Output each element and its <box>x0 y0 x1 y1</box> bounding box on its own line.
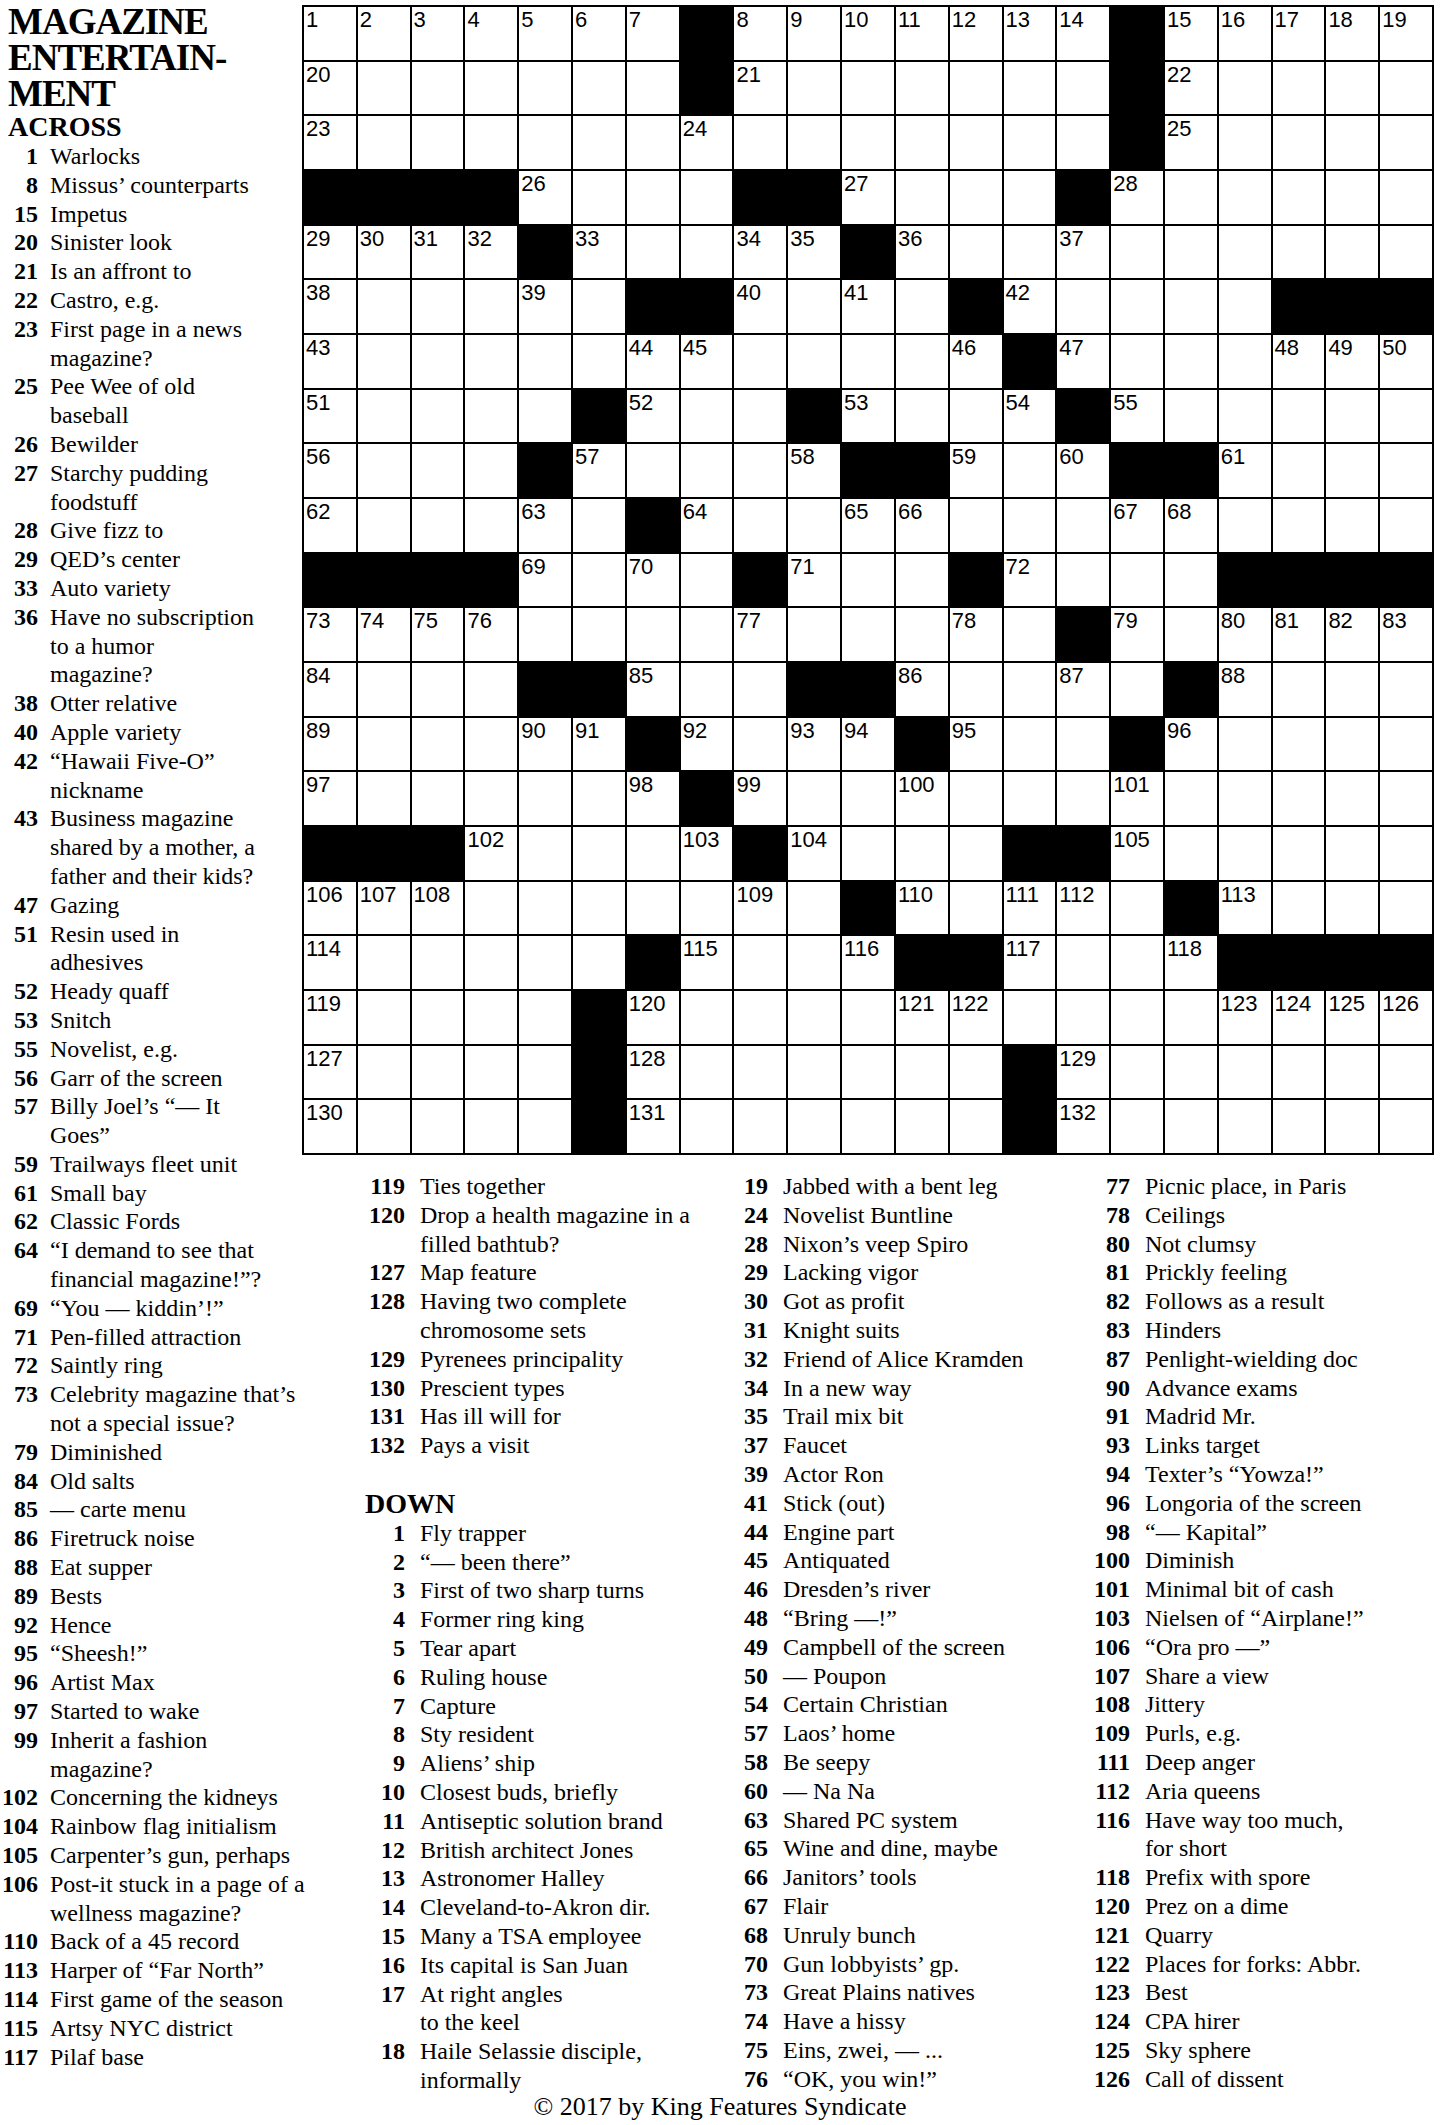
grid-cell[interactable]: 120 <box>627 991 679 1044</box>
grid-cell[interactable] <box>1273 1046 1325 1099</box>
grid-cell[interactable] <box>465 444 517 497</box>
grid-cell[interactable] <box>1273 226 1325 279</box>
grid-cell[interactable]: 97 <box>304 772 356 825</box>
grid-cell[interactable]: 13 <box>1004 7 1056 60</box>
grid-cell[interactable]: 47 <box>1057 335 1109 388</box>
grid-cell[interactable] <box>1219 335 1271 388</box>
grid-cell[interactable] <box>519 390 571 443</box>
grid-cell[interactable]: 130 <box>304 1100 356 1153</box>
grid-cell[interactable] <box>358 280 410 333</box>
grid-cell[interactable] <box>734 444 786 497</box>
grid-cell[interactable] <box>681 663 733 716</box>
grid-cell[interactable] <box>896 608 948 661</box>
grid-cell[interactable] <box>1273 1100 1325 1153</box>
grid-cell[interactable] <box>1111 936 1163 989</box>
grid-cell[interactable] <box>842 116 894 169</box>
grid-cell[interactable] <box>734 499 786 552</box>
grid-cell[interactable] <box>681 390 733 443</box>
grid-cell[interactable]: 68 <box>1165 499 1217 552</box>
grid-cell[interactable] <box>681 226 733 279</box>
grid-cell[interactable] <box>1057 62 1109 115</box>
grid-cell[interactable]: 84 <box>304 663 356 716</box>
grid-cell[interactable] <box>1111 280 1163 333</box>
grid-cell[interactable] <box>1380 772 1432 825</box>
grid-cell[interactable] <box>627 827 679 880</box>
grid-cell[interactable]: 114 <box>304 936 356 989</box>
grid-cell[interactable]: 124 <box>1273 991 1325 1044</box>
grid-cell[interactable]: 44 <box>627 335 679 388</box>
grid-cell[interactable] <box>1004 116 1056 169</box>
grid-cell[interactable] <box>1057 280 1109 333</box>
grid-cell[interactable]: 72 <box>1004 554 1056 607</box>
grid-cell[interactable]: 56 <box>304 444 356 497</box>
grid-cell[interactable] <box>950 827 1002 880</box>
grid-cell[interactable]: 29 <box>304 226 356 279</box>
grid-cell[interactable] <box>681 171 733 224</box>
grid-cell[interactable] <box>1004 718 1056 771</box>
grid-cell[interactable]: 10 <box>842 7 894 60</box>
grid-cell[interactable]: 38 <box>304 280 356 333</box>
grid-cell[interactable] <box>950 171 1002 224</box>
grid-cell[interactable] <box>1111 226 1163 279</box>
grid-cell[interactable]: 37 <box>1057 226 1109 279</box>
grid-cell[interactable]: 103 <box>681 827 733 880</box>
grid-cell[interactable] <box>1004 226 1056 279</box>
grid-cell[interactable]: 50 <box>1380 335 1432 388</box>
grid-cell[interactable] <box>681 444 733 497</box>
grid-cell[interactable]: 73 <box>304 608 356 661</box>
grid-cell[interactable] <box>1057 772 1109 825</box>
grid-cell[interactable]: 132 <box>1057 1100 1109 1153</box>
grid-cell[interactable] <box>681 554 733 607</box>
grid-cell[interactable] <box>1111 991 1163 1044</box>
grid-cell[interactable] <box>1111 554 1163 607</box>
grid-cell[interactable]: 108 <box>412 882 464 935</box>
grid-cell[interactable] <box>1165 335 1217 388</box>
grid-cell[interactable]: 100 <box>896 772 948 825</box>
grid-cell[interactable] <box>950 499 1002 552</box>
grid-cell[interactable] <box>465 663 517 716</box>
grid-cell[interactable] <box>519 608 571 661</box>
grid-cell[interactable]: 89 <box>304 718 356 771</box>
grid-cell[interactable]: 57 <box>573 444 625 497</box>
grid-cell[interactable] <box>573 608 625 661</box>
grid-cell[interactable] <box>412 1100 464 1153</box>
grid-cell[interactable]: 80 <box>1219 608 1271 661</box>
grid-cell[interactable] <box>412 1046 464 1099</box>
grid-cell[interactable]: 33 <box>573 226 625 279</box>
grid-cell[interactable]: 34 <box>734 226 786 279</box>
grid-cell[interactable] <box>788 1046 840 1099</box>
grid-cell[interactable] <box>465 772 517 825</box>
grid-cell[interactable] <box>1004 499 1056 552</box>
grid-cell[interactable]: 12 <box>950 7 1002 60</box>
grid-cell[interactable] <box>788 116 840 169</box>
grid-cell[interactable] <box>896 335 948 388</box>
grid-cell[interactable] <box>1273 882 1325 935</box>
grid-cell[interactable]: 102 <box>465 827 517 880</box>
grid-cell[interactable] <box>573 827 625 880</box>
grid-cell[interactable]: 51 <box>304 390 356 443</box>
grid-cell[interactable]: 5 <box>519 7 571 60</box>
grid-cell[interactable]: 2 <box>358 7 410 60</box>
grid-cell[interactable] <box>1219 827 1271 880</box>
grid-cell[interactable] <box>573 280 625 333</box>
grid-cell[interactable]: 24 <box>681 116 733 169</box>
grid-cell[interactable]: 19 <box>1380 7 1432 60</box>
grid-cell[interactable]: 76 <box>465 608 517 661</box>
grid-cell[interactable] <box>465 991 517 1044</box>
grid-cell[interactable] <box>734 991 786 1044</box>
grid-cell[interactable]: 17 <box>1273 7 1325 60</box>
grid-cell[interactable] <box>627 226 679 279</box>
grid-cell[interactable]: 111 <box>1004 882 1056 935</box>
grid-cell[interactable]: 65 <box>842 499 894 552</box>
grid-cell[interactable]: 107 <box>358 882 410 935</box>
grid-cell[interactable] <box>358 390 410 443</box>
grid-cell[interactable] <box>412 335 464 388</box>
grid-cell[interactable] <box>519 116 571 169</box>
grid-cell[interactable] <box>1165 280 1217 333</box>
grid-cell[interactable] <box>788 772 840 825</box>
grid-cell[interactable] <box>1326 226 1378 279</box>
grid-cell[interactable] <box>1165 991 1217 1044</box>
grid-cell[interactable] <box>788 991 840 1044</box>
grid-cell[interactable]: 55 <box>1111 390 1163 443</box>
grid-cell[interactable] <box>1219 226 1271 279</box>
grid-cell[interactable] <box>519 1046 571 1099</box>
grid-cell[interactable]: 116 <box>842 936 894 989</box>
grid-cell[interactable] <box>412 390 464 443</box>
grid-cell[interactable] <box>1273 827 1325 880</box>
grid-cell[interactable] <box>412 444 464 497</box>
grid-cell[interactable]: 127 <box>304 1046 356 1099</box>
grid-cell[interactable]: 11 <box>896 7 948 60</box>
grid-cell[interactable] <box>1273 444 1325 497</box>
grid-cell[interactable]: 53 <box>842 390 894 443</box>
grid-cell[interactable] <box>896 1046 948 1099</box>
grid-cell[interactable]: 31 <box>412 226 464 279</box>
grid-cell[interactable] <box>950 663 1002 716</box>
grid-cell[interactable] <box>1380 226 1432 279</box>
grid-cell[interactable]: 95 <box>950 718 1002 771</box>
grid-cell[interactable]: 32 <box>465 226 517 279</box>
grid-cell[interactable] <box>896 116 948 169</box>
grid-cell[interactable] <box>627 882 679 935</box>
grid-cell[interactable]: 27 <box>842 171 894 224</box>
grid-cell[interactable]: 125 <box>1326 991 1378 1044</box>
grid-cell[interactable] <box>1004 663 1056 716</box>
grid-cell[interactable] <box>1326 718 1378 771</box>
grid-cell[interactable] <box>788 62 840 115</box>
grid-cell[interactable] <box>1326 663 1378 716</box>
grid-cell[interactable] <box>358 772 410 825</box>
grid-cell[interactable] <box>1380 718 1432 771</box>
grid-cell[interactable] <box>1165 554 1217 607</box>
grid-cell[interactable] <box>896 171 948 224</box>
grid-cell[interactable] <box>1165 1046 1217 1099</box>
grid-cell[interactable] <box>788 608 840 661</box>
grid-cell[interactable]: 46 <box>950 335 1002 388</box>
grid-cell[interactable]: 112 <box>1057 882 1109 935</box>
grid-cell[interactable] <box>465 390 517 443</box>
grid-cell[interactable]: 1 <box>304 7 356 60</box>
grid-cell[interactable] <box>519 827 571 880</box>
grid-cell[interactable]: 92 <box>681 718 733 771</box>
grid-cell[interactable] <box>1004 444 1056 497</box>
grid-cell[interactable] <box>358 663 410 716</box>
grid-cell[interactable] <box>842 62 894 115</box>
grid-cell[interactable] <box>788 882 840 935</box>
grid-cell[interactable] <box>681 882 733 935</box>
grid-cell[interactable]: 64 <box>681 499 733 552</box>
grid-cell[interactable]: 60 <box>1057 444 1109 497</box>
grid-cell[interactable]: 109 <box>734 882 786 935</box>
grid-cell[interactable] <box>1326 171 1378 224</box>
grid-cell[interactable]: 18 <box>1326 7 1378 60</box>
grid-cell[interactable] <box>1326 827 1378 880</box>
grid-cell[interactable] <box>950 772 1002 825</box>
grid-cell[interactable] <box>358 991 410 1044</box>
grid-cell[interactable]: 115 <box>681 936 733 989</box>
grid-cell[interactable] <box>1219 171 1271 224</box>
grid-cell[interactable]: 106 <box>304 882 356 935</box>
grid-cell[interactable] <box>734 335 786 388</box>
grid-cell[interactable]: 54 <box>1004 390 1056 443</box>
grid-cell[interactable] <box>896 280 948 333</box>
grid-cell[interactable] <box>842 335 894 388</box>
grid-cell[interactable] <box>465 280 517 333</box>
grid-cell[interactable] <box>1380 882 1432 935</box>
grid-cell[interactable]: 96 <box>1165 718 1217 771</box>
grid-cell[interactable] <box>681 608 733 661</box>
grid-cell[interactable] <box>1380 444 1432 497</box>
grid-cell[interactable]: 66 <box>896 499 948 552</box>
grid-cell[interactable] <box>573 62 625 115</box>
grid-cell[interactable] <box>734 1046 786 1099</box>
grid-cell[interactable] <box>627 62 679 115</box>
grid-cell[interactable]: 82 <box>1326 608 1378 661</box>
grid-cell[interactable] <box>1057 554 1109 607</box>
grid-cell[interactable]: 87 <box>1057 663 1109 716</box>
grid-cell[interactable] <box>412 991 464 1044</box>
grid-cell[interactable]: 75 <box>412 608 464 661</box>
grid-cell[interactable]: 122 <box>950 991 1002 1044</box>
grid-cell[interactable] <box>734 936 786 989</box>
grid-cell[interactable]: 67 <box>1111 499 1163 552</box>
grid-cell[interactable] <box>1004 991 1056 1044</box>
grid-cell[interactable] <box>734 718 786 771</box>
grid-cell[interactable] <box>573 335 625 388</box>
grid-cell[interactable]: 14 <box>1057 7 1109 60</box>
grid-cell[interactable] <box>412 499 464 552</box>
grid-cell[interactable] <box>1111 335 1163 388</box>
grid-cell[interactable] <box>950 390 1002 443</box>
grid-cell[interactable] <box>358 335 410 388</box>
grid-cell[interactable] <box>573 936 625 989</box>
grid-cell[interactable] <box>1057 936 1109 989</box>
grid-cell[interactable]: 113 <box>1219 882 1271 935</box>
grid-cell[interactable]: 8 <box>734 7 786 60</box>
grid-cell[interactable] <box>412 663 464 716</box>
grid-cell[interactable] <box>1273 499 1325 552</box>
grid-cell[interactable]: 45 <box>681 335 733 388</box>
grid-cell[interactable]: 63 <box>519 499 571 552</box>
grid-cell[interactable] <box>1165 390 1217 443</box>
grid-cell[interactable] <box>627 116 679 169</box>
grid-cell[interactable] <box>950 1100 1002 1153</box>
grid-cell[interactable] <box>412 718 464 771</box>
grid-cell[interactable] <box>358 62 410 115</box>
grid-cell[interactable] <box>627 608 679 661</box>
grid-cell[interactable] <box>519 335 571 388</box>
grid-cell[interactable] <box>519 772 571 825</box>
grid-cell[interactable]: 49 <box>1326 335 1378 388</box>
grid-cell[interactable] <box>412 772 464 825</box>
grid-cell[interactable] <box>734 1100 786 1153</box>
grid-cell[interactable]: 35 <box>788 226 840 279</box>
grid-cell[interactable] <box>573 882 625 935</box>
grid-cell[interactable] <box>519 991 571 1044</box>
grid-cell[interactable]: 39 <box>519 280 571 333</box>
grid-cell[interactable] <box>412 936 464 989</box>
grid-cell[interactable]: 77 <box>734 608 786 661</box>
grid-cell[interactable] <box>1004 171 1056 224</box>
grid-cell[interactable] <box>1165 1100 1217 1153</box>
grid-cell[interactable] <box>734 116 786 169</box>
grid-cell[interactable] <box>1004 62 1056 115</box>
grid-cell[interactable]: 99 <box>734 772 786 825</box>
grid-cell[interactable] <box>788 936 840 989</box>
grid-cell[interactable]: 93 <box>788 718 840 771</box>
grid-cell[interactable] <box>1273 390 1325 443</box>
grid-cell[interactable] <box>1165 827 1217 880</box>
grid-cell[interactable]: 71 <box>788 554 840 607</box>
grid-cell[interactable] <box>519 62 571 115</box>
grid-cell[interactable] <box>358 1100 410 1153</box>
grid-cell[interactable] <box>573 116 625 169</box>
grid-cell[interactable] <box>950 226 1002 279</box>
grid-cell[interactable]: 36 <box>896 226 948 279</box>
grid-cell[interactable] <box>896 390 948 443</box>
grid-cell[interactable] <box>465 499 517 552</box>
grid-cell[interactable]: 81 <box>1273 608 1325 661</box>
grid-cell[interactable] <box>1380 1100 1432 1153</box>
grid-cell[interactable] <box>465 116 517 169</box>
grid-cell[interactable] <box>1057 116 1109 169</box>
grid-cell[interactable] <box>681 1046 733 1099</box>
grid-cell[interactable]: 62 <box>304 499 356 552</box>
grid-cell[interactable]: 119 <box>304 991 356 1044</box>
grid-cell[interactable]: 59 <box>950 444 1002 497</box>
grid-cell[interactable]: 52 <box>627 390 679 443</box>
grid-cell[interactable]: 104 <box>788 827 840 880</box>
grid-cell[interactable] <box>1165 772 1217 825</box>
grid-cell[interactable] <box>1004 772 1056 825</box>
grid-cell[interactable]: 70 <box>627 554 679 607</box>
grid-cell[interactable] <box>1111 1100 1163 1153</box>
grid-cell[interactable] <box>1219 390 1271 443</box>
grid-cell[interactable] <box>465 1100 517 1153</box>
grid-cell[interactable] <box>1326 772 1378 825</box>
grid-cell[interactable]: 74 <box>358 608 410 661</box>
grid-cell[interactable] <box>1165 608 1217 661</box>
grid-cell[interactable] <box>1273 663 1325 716</box>
grid-cell[interactable] <box>573 499 625 552</box>
grid-cell[interactable] <box>1219 1046 1271 1099</box>
grid-cell[interactable] <box>1380 171 1432 224</box>
grid-cell[interactable]: 61 <box>1219 444 1271 497</box>
grid-cell[interactable] <box>734 663 786 716</box>
grid-cell[interactable] <box>412 116 464 169</box>
grid-cell[interactable] <box>1326 1046 1378 1099</box>
grid-cell[interactable] <box>896 827 948 880</box>
grid-cell[interactable] <box>412 280 464 333</box>
grid-cell[interactable]: 91 <box>573 718 625 771</box>
grid-cell[interactable] <box>1380 499 1432 552</box>
grid-cell[interactable] <box>1273 718 1325 771</box>
grid-cell[interactable] <box>358 936 410 989</box>
grid-cell[interactable] <box>519 936 571 989</box>
grid-cell[interactable] <box>519 882 571 935</box>
grid-cell[interactable] <box>950 116 1002 169</box>
grid-cell[interactable] <box>950 1046 1002 1099</box>
grid-cell[interactable]: 15 <box>1165 7 1217 60</box>
grid-cell[interactable] <box>1165 171 1217 224</box>
grid-cell[interactable]: 117 <box>1004 936 1056 989</box>
grid-cell[interactable] <box>1326 1100 1378 1153</box>
grid-cell[interactable]: 129 <box>1057 1046 1109 1099</box>
grid-cell[interactable]: 90 <box>519 718 571 771</box>
grid-cell[interactable]: 128 <box>627 1046 679 1099</box>
grid-cell[interactable]: 20 <box>304 62 356 115</box>
grid-cell[interactable] <box>1326 444 1378 497</box>
grid-cell[interactable] <box>358 444 410 497</box>
grid-cell[interactable] <box>1219 280 1271 333</box>
crossword-grid[interactable]: 1234567891011121314151617181920212223242… <box>302 5 1434 1155</box>
grid-cell[interactable] <box>950 882 1002 935</box>
grid-cell[interactable]: 83 <box>1380 608 1432 661</box>
grid-cell[interactable] <box>573 554 625 607</box>
grid-cell[interactable]: 28 <box>1111 171 1163 224</box>
grid-cell[interactable] <box>465 335 517 388</box>
grid-cell[interactable]: 7 <box>627 7 679 60</box>
grid-cell[interactable] <box>1326 116 1378 169</box>
grid-cell[interactable] <box>788 1100 840 1153</box>
grid-cell[interactable]: 43 <box>304 335 356 388</box>
grid-cell[interactable]: 16 <box>1219 7 1271 60</box>
grid-cell[interactable] <box>1219 499 1271 552</box>
grid-cell[interactable] <box>1219 718 1271 771</box>
grid-cell[interactable] <box>1380 663 1432 716</box>
grid-cell[interactable]: 48 <box>1273 335 1325 388</box>
grid-cell[interactable] <box>1326 499 1378 552</box>
grid-cell[interactable]: 58 <box>788 444 840 497</box>
grid-cell[interactable] <box>1380 62 1432 115</box>
grid-cell[interactable]: 23 <box>304 116 356 169</box>
grid-cell[interactable] <box>358 1046 410 1099</box>
grid-cell[interactable] <box>1111 663 1163 716</box>
grid-cell[interactable]: 22 <box>1165 62 1217 115</box>
grid-cell[interactable] <box>842 772 894 825</box>
grid-cell[interactable]: 79 <box>1111 608 1163 661</box>
grid-cell[interactable] <box>1273 171 1325 224</box>
grid-cell[interactable] <box>950 62 1002 115</box>
grid-cell[interactable] <box>788 280 840 333</box>
grid-cell[interactable] <box>681 1100 733 1153</box>
grid-cell[interactable]: 78 <box>950 608 1002 661</box>
grid-cell[interactable] <box>842 554 894 607</box>
